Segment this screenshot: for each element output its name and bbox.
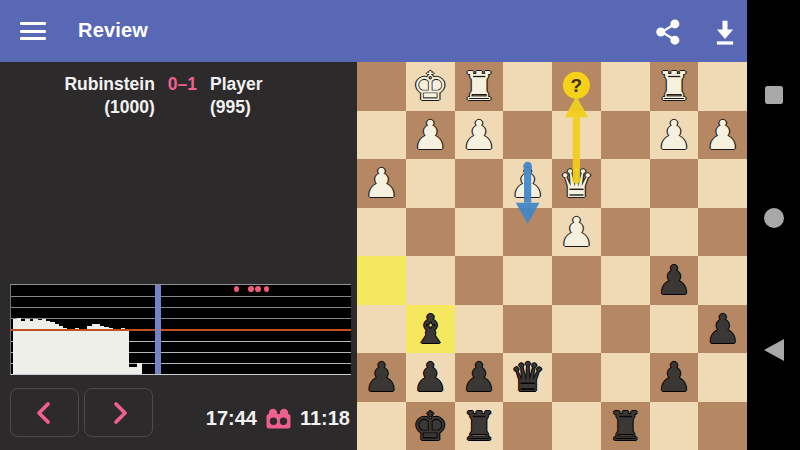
square-d8[interactable]: [552, 402, 601, 450]
left-clock: 17:44: [206, 407, 257, 430]
square-h8[interactable]: [357, 402, 406, 450]
piece-white-r-b1: ♜: [650, 62, 699, 111]
square-f3[interactable]: [455, 159, 504, 208]
right-clock: 11:18: [300, 407, 350, 430]
piece-black-k-g8: ♚: [406, 402, 455, 450]
piece-black-p-h7: ♟: [357, 353, 406, 402]
square-d7[interactable]: [552, 353, 601, 402]
piece-black-q-e7: ♛: [503, 353, 552, 402]
home-circle-icon[interactable]: [764, 208, 784, 228]
mistake-dot: [264, 286, 269, 292]
grid-line: [11, 318, 351, 319]
square-h5[interactable]: [357, 256, 406, 305]
piece-black-p-b7: ♟: [650, 353, 699, 402]
square-f7[interactable]: ♟: [455, 353, 504, 402]
square-b1[interactable]: ♜: [650, 62, 699, 111]
page-title: Review: [78, 0, 148, 62]
square-c7[interactable]: [601, 353, 650, 402]
square-a1[interactable]: [698, 62, 747, 111]
mistake-dot: [234, 286, 239, 292]
square-e1[interactable]: [503, 62, 552, 111]
square-e3[interactable]: ♟: [503, 159, 552, 208]
piece-black-p-f7: ♟: [455, 353, 504, 402]
app-screen: Review Rubinstein (1000) 0–1: [0, 0, 800, 450]
square-c3[interactable]: [601, 159, 650, 208]
square-f5[interactable]: [455, 256, 504, 305]
square-h4[interactable]: [357, 208, 406, 257]
piece-black-b-g6: ♝: [406, 305, 455, 354]
square-b5[interactable]: ♟: [650, 256, 699, 305]
eval-graph[interactable]: [10, 284, 351, 375]
square-h7[interactable]: ♟: [357, 353, 406, 402]
piece-white-p-a2: ♟: [698, 111, 747, 160]
back-triangle-icon[interactable]: [764, 339, 784, 361]
grid-line: [11, 307, 351, 308]
piece-black-p-g7: ♟: [406, 353, 455, 402]
square-e6[interactable]: [503, 305, 552, 354]
clock-row: 17:44 11:18: [206, 406, 350, 430]
piece-white-p-f2: ♟: [455, 111, 504, 160]
square-h6[interactable]: [357, 305, 406, 354]
review-panel: Rubinstein (1000) 0–1 Player (995) 17:44: [0, 62, 357, 450]
piece-white-q-d3: ♛: [552, 159, 601, 208]
square-d2[interactable]: [552, 111, 601, 160]
square-a7[interactable]: [698, 353, 747, 402]
piece-white-r-f1: ♜: [455, 62, 504, 111]
square-d5[interactable]: [552, 256, 601, 305]
player1-name: Rubinstein: [64, 73, 154, 96]
player2-rating: (995): [210, 96, 251, 119]
square-g7[interactable]: ♟: [406, 353, 455, 402]
square-g6[interactable]: ♝: [406, 305, 455, 354]
square-f4[interactable]: [455, 208, 504, 257]
previous-move-button[interactable]: [10, 388, 79, 437]
square-c6[interactable]: [601, 305, 650, 354]
square-h1[interactable]: [357, 62, 406, 111]
android-nav-bar: [747, 0, 800, 450]
chess-board: ♚♜♜♟♟♟♟♟♟♛♟♟♝♟♟♟♟♛♟♚♜♜: [357, 62, 747, 450]
zero-eval-line: [11, 329, 351, 331]
square-f1[interactable]: ♜: [455, 62, 504, 111]
square-g4[interactable]: [406, 208, 455, 257]
square-b7[interactable]: ♟: [650, 353, 699, 402]
player1-rating: (1000): [104, 96, 155, 119]
piece-white-p-e3: ♟: [503, 159, 552, 208]
square-b3[interactable]: [650, 159, 699, 208]
square-f2[interactable]: ♟: [455, 111, 504, 160]
grid-line: [11, 296, 351, 297]
piece-white-p-h3: ♟: [357, 159, 406, 208]
square-h3[interactable]: ♟: [357, 159, 406, 208]
square-f6[interactable]: [455, 305, 504, 354]
piece-white-p-b2: ♟: [650, 111, 699, 160]
square-b6[interactable]: [650, 305, 699, 354]
mistake-dot: [248, 286, 253, 292]
square-a5[interactable]: [698, 256, 747, 305]
square-a2[interactable]: ♟: [698, 111, 747, 160]
share-icon[interactable]: [653, 17, 683, 47]
square-c2[interactable]: [601, 111, 650, 160]
piece-white-k-g1: ♚: [406, 62, 455, 111]
square-g1[interactable]: ♚: [406, 62, 455, 111]
chevron-right-icon: [107, 400, 131, 426]
chevron-left-icon: [33, 400, 57, 426]
player2-name: Player: [210, 73, 263, 96]
piece-black-p-a6: ♟: [698, 305, 747, 354]
app-bar: Review: [0, 0, 747, 62]
square-b8[interactable]: [650, 402, 699, 450]
square-d6[interactable]: [552, 305, 601, 354]
square-b2[interactable]: ♟: [650, 111, 699, 160]
square-g8[interactable]: ♚: [406, 402, 455, 450]
piece-white-p-g2: ♟: [406, 111, 455, 160]
square-a6[interactable]: ♟: [698, 305, 747, 354]
square-b4[interactable]: [650, 208, 699, 257]
square-e7[interactable]: ♛: [503, 353, 552, 402]
square-g2[interactable]: ♟: [406, 111, 455, 160]
square-d4[interactable]: ♟: [552, 208, 601, 257]
square-g3[interactable]: [406, 159, 455, 208]
square-c8[interactable]: ♜: [601, 402, 650, 450]
square-e5[interactable]: [503, 256, 552, 305]
square-g5[interactable]: [406, 256, 455, 305]
piece-black-p-b5: ♟: [650, 256, 699, 305]
square-e8[interactable]: [503, 402, 552, 450]
eval-bar: [137, 363, 142, 374]
square-e2[interactable]: [503, 111, 552, 160]
move-cursor[interactable]: [155, 285, 161, 374]
square-d1[interactable]: [552, 62, 601, 111]
square-a4[interactable]: [698, 208, 747, 257]
square-f8[interactable]: ♜: [455, 402, 504, 450]
square-h2[interactable]: [357, 111, 406, 160]
mistake-dot: [255, 286, 260, 292]
download-icon[interactable]: [710, 17, 740, 47]
next-move-button[interactable]: [84, 388, 153, 437]
match-score: 0–1: [168, 73, 197, 96]
square-c4[interactable]: [601, 208, 650, 257]
square-c5[interactable]: [601, 256, 650, 305]
square-a3[interactable]: [698, 159, 747, 208]
match-summary: Rubinstein (1000) 0–1 Player (995): [0, 73, 357, 119]
recents-square-icon[interactable]: [765, 86, 783, 104]
square-c1[interactable]: [601, 62, 650, 111]
square-d3[interactable]: ♛: [552, 159, 601, 208]
square-a8[interactable]: [698, 402, 747, 450]
piece-black-r-f8: ♜: [455, 402, 504, 450]
movie-camera-icon: [264, 406, 293, 430]
piece-black-r-c8: ♜: [601, 402, 650, 450]
square-e4[interactable]: [503, 208, 552, 257]
piece-white-p-d4: ♟: [552, 208, 601, 257]
hamburger-icon[interactable]: [20, 22, 46, 40]
